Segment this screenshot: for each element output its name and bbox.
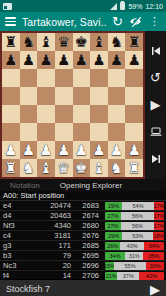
- games-count: 4340: [29, 221, 71, 230]
- piece-white-pawn: ♟: [40, 142, 53, 159]
- explorer-row-e4[interactable]: e420474268329%54%17%: [0, 201, 166, 211]
- piece-white-knight: ♞: [110, 160, 123, 177]
- piece-white-pawn: ♟: [22, 142, 35, 159]
- engine-icon[interactable]: [147, 123, 165, 141]
- piece-white-pawn: ♟: [110, 142, 123, 159]
- piece-white-rook: ♜: [128, 160, 141, 177]
- square-f6[interactable]: [90, 69, 108, 87]
- piece-white-bishop: ♝: [40, 160, 53, 177]
- chess-board[interactable]: ♜♞♝♛♚♝♞♜♟♟♟♟♟♟♟♟♟♟♟♟♟♟♟♟♜♞♝♛♚♝♞♜: [2, 33, 143, 177]
- piece-black-pawn: ♟: [92, 52, 105, 69]
- square-h8[interactable]: ♜: [125, 33, 143, 51]
- games-count: 79: [29, 251, 71, 260]
- square-d6[interactable]: [55, 69, 73, 87]
- square-b1[interactable]: ♞: [20, 159, 38, 177]
- square-f2[interactable]: ♟: [90, 141, 108, 159]
- piece-black-pawn: ♟: [110, 52, 123, 69]
- eye-off-icon[interactable]: [129, 15, 142, 28]
- square-g1[interactable]: ♞: [108, 159, 126, 177]
- white-win-segment: 27%: [105, 212, 121, 220]
- result-bar: 34%31%35%: [105, 252, 164, 260]
- square-d4[interactable]: [55, 105, 73, 123]
- move-label: Nf3: [0, 221, 29, 230]
- avg-rating: 2676: [71, 231, 99, 240]
- piece-black-queen: ♛: [57, 34, 70, 51]
- rotate-icon[interactable]: ↺: [147, 69, 165, 87]
- square-b6[interactable]: [20, 69, 38, 87]
- square-f5[interactable]: [90, 87, 108, 105]
- piece-black-bishop: ♝: [92, 34, 105, 51]
- square-b7[interactable]: ♟: [20, 51, 38, 69]
- clock: 12:10: [145, 3, 163, 10]
- square-g8[interactable]: ♞: [108, 33, 126, 51]
- opening-explorer: A00: Start position e420474268329%54%17%…: [0, 191, 166, 279]
- piece-black-pawn: ♟: [128, 52, 141, 69]
- result-bar: 27%56%17%: [105, 222, 164, 230]
- avg-rating: 2696: [71, 261, 99, 270]
- explorer-row-Nc3[interactable]: Nc320269615%55%30%: [0, 261, 166, 271]
- square-f7[interactable]: ♟: [90, 51, 108, 69]
- board-frame: ♜♞♝♛♚♝♞♜♟♟♟♟♟♟♟♟♟♟♟♟♟♟♟♟♜♞♝♛♚♝♞♜: [0, 31, 145, 179]
- square-f1[interactable]: ♝: [90, 159, 108, 177]
- explorer-rows: e420474268329%54%17%d420463267427%56%17%…: [0, 201, 166, 280]
- piece-white-pawn: ♟: [128, 142, 141, 159]
- tab-opening-explorer[interactable]: Opening Explorer: [50, 181, 132, 190]
- draw-segment: 53%: [122, 232, 153, 240]
- bottom-tabs: Notation Opening Explorer: [0, 179, 166, 191]
- square-d8[interactable]: ♛: [55, 33, 73, 51]
- games-count: 20: [29, 261, 71, 270]
- result-bar: 21%37%42%: [105, 272, 164, 280]
- piece-black-pawn: ♟: [4, 52, 17, 69]
- move-label: f4: [0, 271, 29, 280]
- piece-white-queen: ♛: [57, 160, 70, 177]
- status-bar: 59% 12:10: [0, 0, 166, 12]
- engine-play-icon[interactable]: ▶: [150, 283, 160, 296]
- square-c8[interactable]: ♝: [37, 33, 55, 51]
- result-bar: 15%55%30%: [105, 262, 164, 270]
- avg-rating: 2685: [71, 241, 99, 250]
- explorer-row-d4[interactable]: d420463267427%56%17%: [0, 211, 166, 221]
- tab-notation[interactable]: Notation: [0, 181, 50, 190]
- draw-segment: 55%: [114, 262, 146, 270]
- avg-rating: 2680: [71, 221, 99, 230]
- piece-white-rook: ♜: [4, 160, 17, 177]
- menu-icon[interactable]: [5, 17, 16, 26]
- move-label: d4: [0, 211, 29, 220]
- engine-bar: Stockfish 7 ▶: [0, 279, 166, 296]
- square-b3[interactable]: [20, 123, 38, 141]
- piece-white-pawn: ♟: [92, 142, 105, 159]
- piece-black-pawn: ♟: [40, 52, 53, 69]
- move-label: Nc3: [0, 261, 29, 270]
- black-win-segment: 34%: [144, 242, 164, 250]
- action-bar: Tartakower, Savi... ↻ ⋮: [0, 12, 166, 31]
- result-bar: 29%53%18%: [105, 232, 164, 240]
- battery-icon: [120, 2, 125, 10]
- black-win-segment: 17%: [154, 212, 164, 220]
- square-h6[interactable]: [125, 69, 143, 87]
- square-c4[interactable]: [37, 105, 55, 123]
- square-f4[interactable]: [90, 105, 108, 123]
- square-h4[interactable]: [125, 105, 143, 123]
- avg-rating: 2683: [71, 201, 99, 210]
- square-e4[interactable]: [73, 105, 91, 123]
- square-a5[interactable]: [2, 87, 20, 105]
- square-b8[interactable]: ♞: [20, 33, 38, 51]
- square-h7[interactable]: ♟: [125, 51, 143, 69]
- square-c6[interactable]: [37, 69, 55, 87]
- games-count: 171: [29, 241, 71, 250]
- square-e2[interactable]: ♟: [73, 141, 91, 159]
- draw-segment: 56%: [121, 222, 154, 230]
- skip-to-end-icon[interactable]: [147, 150, 165, 168]
- piece-black-pawn: ♟: [57, 52, 70, 69]
- piece-black-knight: ♞: [22, 34, 35, 51]
- square-e3[interactable]: [73, 123, 91, 141]
- square-a8[interactable]: ♜: [2, 33, 20, 51]
- square-a4[interactable]: [2, 105, 20, 123]
- black-win-segment: 42%: [139, 272, 164, 280]
- move-label: e4: [0, 201, 29, 210]
- white-win-segment: 21%: [105, 272, 117, 280]
- battery-percent: 59%: [128, 3, 142, 10]
- white-win-segment: 15%: [105, 262, 114, 270]
- square-e8[interactable]: ♚: [73, 33, 91, 51]
- square-c3[interactable]: [37, 123, 55, 141]
- square-g4[interactable]: [108, 105, 126, 123]
- black-win-segment: 30%: [146, 262, 164, 270]
- board-toolbar: ↺ ▶: [145, 31, 166, 179]
- draw-segment: 37%: [117, 272, 139, 280]
- overflow-icon[interactable]: ⋮: [148, 15, 161, 28]
- square-h1[interactable]: ♜: [125, 159, 143, 177]
- avg-rating: 2706: [71, 271, 99, 280]
- piece-white-bishop: ♝: [92, 160, 105, 177]
- avg-rating: 2695: [71, 251, 99, 260]
- square-h5[interactable]: [125, 87, 143, 105]
- square-g5[interactable]: [108, 87, 126, 105]
- piece-white-knight: ♞: [22, 160, 35, 177]
- sync-icon[interactable]: ↻: [112, 15, 123, 28]
- screenshot-notification-icon: [3, 3, 12, 10]
- piece-black-pawn: ♟: [75, 52, 88, 69]
- piece-white-pawn: ♟: [57, 142, 70, 159]
- signal-icon: [110, 3, 117, 10]
- board-area: ♜♞♝♛♚♝♞♜♟♟♟♟♟♟♟♟♟♟♟♟♟♟♟♟♜♞♝♛♚♝♞♜ ↺ ▶: [0, 31, 166, 179]
- white-win-segment: 29%: [105, 232, 122, 240]
- move-label: c4: [0, 231, 29, 240]
- games-count: 20474: [29, 201, 71, 210]
- white-win-segment: 26%: [105, 242, 120, 250]
- square-f8[interactable]: ♝: [90, 33, 108, 51]
- square-a6[interactable]: [2, 69, 20, 87]
- square-e6[interactable]: [73, 69, 91, 87]
- square-e5[interactable]: [73, 87, 91, 105]
- square-d5[interactable]: [55, 87, 73, 105]
- eco-header: A00: Start position: [0, 191, 166, 201]
- piece-white-pawn: ♟: [75, 142, 88, 159]
- white-win-segment: 29%: [105, 202, 122, 210]
- square-c1[interactable]: ♝: [37, 159, 55, 177]
- square-a1[interactable]: ♜: [2, 159, 20, 177]
- square-c2[interactable]: ♟: [37, 141, 55, 159]
- piece-black-pawn: ♟: [22, 52, 35, 69]
- square-h3[interactable]: [125, 123, 143, 141]
- square-a3[interactable]: [2, 123, 20, 141]
- skip-to-start-icon[interactable]: [147, 42, 165, 60]
- move-label: g3: [0, 241, 29, 250]
- square-g7[interactable]: ♟: [108, 51, 126, 69]
- result-bar: 29%54%17%: [105, 202, 164, 210]
- square-b4[interactable]: [20, 105, 38, 123]
- square-e7[interactable]: ♟: [73, 51, 91, 69]
- square-d2[interactable]: ♟: [55, 141, 73, 159]
- result-bar: 26%40%34%: [105, 242, 164, 250]
- white-win-segment: 34%: [105, 252, 125, 260]
- black-win-segment: 17%: [154, 222, 164, 230]
- square-g3[interactable]: [108, 123, 126, 141]
- explorer-row-b3[interactable]: b379269534%31%35%: [0, 251, 166, 261]
- square-c7[interactable]: ♟: [37, 51, 55, 69]
- square-a2[interactable]: ♟: [2, 141, 20, 159]
- draw-segment: 56%: [121, 212, 154, 220]
- engine-name: Stockfish 7: [6, 284, 150, 294]
- square-f3[interactable]: [90, 123, 108, 141]
- square-h2[interactable]: ♟: [125, 141, 143, 159]
- piece-white-pawn: ♟: [4, 142, 17, 159]
- piece-black-bishop: ♝: [40, 34, 53, 51]
- explorer-row-f4[interactable]: f414270621%37%42%: [0, 271, 166, 280]
- avg-rating: 2674: [71, 211, 99, 220]
- explorer-row-g3[interactable]: g3171268526%40%34%: [0, 241, 166, 251]
- square-b2[interactable]: ♟: [20, 141, 38, 159]
- square-g6[interactable]: [108, 69, 126, 87]
- piece-black-rook: ♜: [128, 34, 141, 51]
- explorer-row-c4[interactable]: c43181267629%53%18%: [0, 231, 166, 241]
- draw-segment: 54%: [122, 202, 154, 210]
- piece-black-knight: ♞: [110, 34, 123, 51]
- games-count: 3181: [29, 231, 71, 240]
- move-label: b3: [0, 251, 29, 260]
- piece-black-king: ♚: [75, 34, 88, 51]
- square-d3[interactable]: [55, 123, 73, 141]
- square-c5[interactable]: [37, 87, 55, 105]
- game-title: Tartakower, Savi...: [22, 16, 106, 28]
- square-g2[interactable]: ♟: [108, 141, 126, 159]
- draw-segment: 40%: [120, 242, 144, 250]
- square-e1[interactable]: ♚: [73, 159, 91, 177]
- result-bar: 27%56%17%: [105, 212, 164, 220]
- games-count: 14: [29, 271, 71, 280]
- white-win-segment: 27%: [105, 222, 121, 230]
- square-d1[interactable]: ♛: [55, 159, 73, 177]
- play-move-icon[interactable]: ▶: [147, 96, 165, 114]
- games-count: 20463: [29, 211, 71, 220]
- explorer-row-Nf3[interactable]: Nf34340268027%56%17%: [0, 221, 166, 231]
- piece-black-rook: ♜: [4, 34, 17, 51]
- square-a7[interactable]: ♟: [2, 51, 20, 69]
- black-win-segment: 18%: [153, 232, 164, 240]
- piece-white-king: ♚: [75, 160, 88, 177]
- draw-segment: 31%: [125, 252, 143, 260]
- black-win-segment: 35%: [143, 252, 164, 260]
- square-d7[interactable]: ♟: [55, 51, 73, 69]
- black-win-segment: 17%: [154, 202, 164, 210]
- square-b5[interactable]: [20, 87, 38, 105]
